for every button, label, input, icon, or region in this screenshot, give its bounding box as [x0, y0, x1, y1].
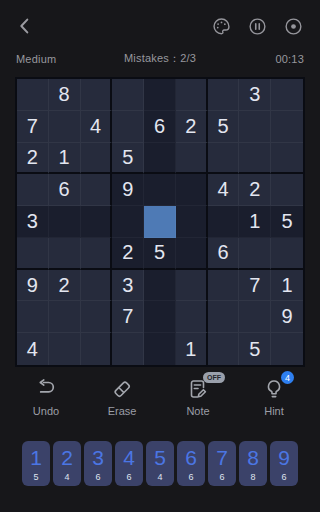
cell-r6c9[interactable] — [271, 238, 303, 270]
cell-r5c5[interactable] — [144, 206, 176, 238]
cell-r5c2[interactable] — [49, 206, 81, 238]
lightbulb-icon: 4 — [262, 377, 286, 401]
numpad-remaining-count: 4 — [157, 472, 162, 482]
numpad-digit: 4 — [123, 446, 135, 470]
note-icon: OFF — [186, 377, 210, 401]
numpad-remaining-count: 6 — [95, 472, 100, 482]
cell-r2c7[interactable]: 5 — [208, 111, 240, 143]
numpad-digit: 6 — [185, 446, 197, 470]
cell-r6c5[interactable]: 5 — [144, 238, 176, 270]
numpad-remaining-count: 6 — [188, 472, 193, 482]
numpad-remaining-count: 6 — [126, 472, 131, 482]
cell-r2c6[interactable]: 2 — [176, 111, 208, 143]
note-label: Note — [186, 405, 209, 417]
top-bar — [0, 0, 320, 41]
numpad-5[interactable]: 54 — [146, 441, 174, 486]
cell-r4c7[interactable]: 4 — [208, 174, 240, 206]
cell-r1c5[interactable] — [144, 79, 176, 111]
cell-r2c9[interactable] — [271, 111, 303, 143]
cell-r5c1[interactable]: 3 — [17, 206, 49, 238]
numpad-digit: 3 — [92, 446, 104, 470]
cell-r1c8[interactable]: 3 — [239, 79, 271, 111]
cell-r3c9[interactable] — [271, 143, 303, 175]
cell-r2c8[interactable] — [239, 111, 271, 143]
palette-icon[interactable] — [211, 16, 232, 37]
numpad-digit: 8 — [247, 446, 259, 470]
cell-r2c3[interactable]: 4 — [81, 111, 113, 143]
cell-r8c7[interactable] — [208, 301, 240, 333]
numpad-6[interactable]: 66 — [177, 441, 205, 486]
numpad-remaining-count: 5 — [33, 472, 38, 482]
sudoku-app-screen: Medium Mistakes：2/3 00:13 83746252156942… — [0, 0, 320, 512]
back-icon[interactable] — [14, 15, 36, 37]
cell-r9c6[interactable]: 1 — [176, 333, 208, 365]
number-pad: 152436465466768896 — [0, 441, 320, 486]
cell-r6c3[interactable] — [81, 238, 113, 270]
numpad-digit: 9 — [278, 446, 290, 470]
numpad-3[interactable]: 36 — [84, 441, 112, 486]
board: 837462521569423152569237179415 — [15, 77, 305, 367]
cell-r7c9[interactable]: 1 — [271, 270, 303, 302]
cell-r5c3[interactable] — [81, 206, 113, 238]
numpad-2[interactable]: 24 — [53, 441, 81, 486]
numpad-digit: 7 — [216, 446, 228, 470]
cell-r5c7[interactable] — [208, 206, 240, 238]
cell-r9c4[interactable] — [112, 333, 144, 365]
cell-r8c5[interactable] — [144, 301, 176, 333]
cell-r3c4[interactable]: 5 — [112, 143, 144, 175]
cell-r3c5[interactable] — [144, 143, 176, 175]
cell-r1c9[interactable] — [271, 79, 303, 111]
cell-r7c7[interactable] — [208, 270, 240, 302]
cell-r3c7[interactable] — [208, 143, 240, 175]
numpad-4[interactable]: 46 — [115, 441, 143, 486]
cell-r4c4[interactable]: 9 — [112, 174, 144, 206]
cell-r1c6[interactable] — [176, 79, 208, 111]
cell-r2c4[interactable] — [112, 111, 144, 143]
undo-label: Undo — [33, 405, 59, 417]
cell-r6c8[interactable] — [239, 238, 271, 270]
cell-r1c1[interactable] — [17, 79, 49, 111]
numpad-8[interactable]: 88 — [239, 441, 267, 486]
cell-r8c4[interactable]: 7 — [112, 301, 144, 333]
toolbar: Undo Erase OFF — [0, 377, 320, 417]
cell-r9c3[interactable] — [81, 333, 113, 365]
undo-button[interactable]: Undo — [8, 377, 84, 417]
pause-icon[interactable] — [247, 16, 268, 37]
cell-r7c2[interactable]: 2 — [49, 270, 81, 302]
cell-r1c2[interactable]: 8 — [49, 79, 81, 111]
note-off-badge: OFF — [203, 372, 225, 383]
erase-button[interactable]: Erase — [84, 377, 160, 417]
cell-r8c6[interactable] — [176, 301, 208, 333]
timer-label: 00:13 — [222, 53, 304, 65]
cell-r3c2[interactable]: 1 — [49, 143, 81, 175]
numpad-digit: 1 — [30, 446, 42, 470]
cell-r9c9[interactable] — [271, 333, 303, 365]
cell-r2c5[interactable]: 6 — [144, 111, 176, 143]
numpad-remaining-count: 4 — [64, 472, 69, 482]
cell-r4c2[interactable]: 6 — [49, 174, 81, 206]
cell-r4c6[interactable] — [176, 174, 208, 206]
cell-r3c3[interactable] — [81, 143, 113, 175]
numpad-remaining-count: 6 — [219, 472, 224, 482]
top-bar-actions — [211, 16, 304, 37]
erase-label: Erase — [108, 405, 137, 417]
hint-button[interactable]: 4 Hint — [236, 377, 312, 417]
numpad-remaining-count: 6 — [281, 472, 286, 482]
numpad-digit: 2 — [61, 446, 73, 470]
status-row: Medium Mistakes：2/3 00:13 — [0, 51, 320, 66]
circle-dot-icon[interactable] — [283, 16, 304, 37]
cell-r6c4[interactable]: 2 — [112, 238, 144, 270]
mistakes-label: Mistakes：2/3 — [98, 51, 221, 66]
numpad-remaining-count: 8 — [250, 472, 255, 482]
cell-r4c3[interactable] — [81, 174, 113, 206]
cell-r6c1[interactable] — [17, 238, 49, 270]
cell-r6c6[interactable] — [176, 238, 208, 270]
cell-r5c8[interactable]: 1 — [239, 206, 271, 238]
cell-r3c1[interactable]: 2 — [17, 143, 49, 175]
cell-r7c3[interactable] — [81, 270, 113, 302]
cell-r7c5[interactable] — [144, 270, 176, 302]
cell-r5c6[interactable] — [176, 206, 208, 238]
cell-r9c8[interactable]: 5 — [239, 333, 271, 365]
cell-r8c1[interactable] — [17, 301, 49, 333]
cell-r3c8[interactable] — [239, 143, 271, 175]
cell-r9c5[interactable] — [144, 333, 176, 365]
difficulty-label: Medium — [16, 53, 98, 65]
cell-r4c9[interactable] — [271, 174, 303, 206]
cell-r7c6[interactable] — [176, 270, 208, 302]
cell-r8c9[interactable]: 9 — [271, 301, 303, 333]
cell-r9c2[interactable] — [49, 333, 81, 365]
numpad-9[interactable]: 96 — [270, 441, 298, 486]
hint-count-badge: 4 — [281, 371, 294, 384]
cell-r9c7[interactable] — [208, 333, 240, 365]
cell-r8c8[interactable] — [239, 301, 271, 333]
cell-r1c7[interactable] — [208, 79, 240, 111]
cell-r1c4[interactable] — [112, 79, 144, 111]
note-button[interactable]: OFF Note — [160, 377, 236, 417]
numpad-1[interactable]: 15 — [22, 441, 50, 486]
cell-r4c5[interactable] — [144, 174, 176, 206]
numpad-7[interactable]: 76 — [208, 441, 236, 486]
eraser-icon — [110, 377, 134, 401]
cell-r3c6[interactable] — [176, 143, 208, 175]
cell-r8c3[interactable] — [81, 301, 113, 333]
cell-r6c7[interactable]: 6 — [208, 238, 240, 270]
cell-r4c1[interactable] — [17, 174, 49, 206]
undo-icon — [34, 377, 58, 401]
board-wrap: 837462521569423152569237179415 — [0, 77, 320, 367]
cell-r4c8[interactable]: 2 — [239, 174, 271, 206]
cell-r7c8[interactable]: 7 — [239, 270, 271, 302]
cell-r7c4[interactable]: 3 — [112, 270, 144, 302]
cell-r6c2[interactable] — [49, 238, 81, 270]
cell-r7c1[interactable]: 9 — [17, 270, 49, 302]
cell-r8c2[interactable] — [49, 301, 81, 333]
cell-r2c1[interactable]: 7 — [17, 111, 49, 143]
hint-label: Hint — [264, 405, 284, 417]
cell-r5c9[interactable]: 5 — [271, 206, 303, 238]
cell-r5c4[interactable] — [112, 206, 144, 238]
cell-r2c2[interactable] — [49, 111, 81, 143]
cell-r1c3[interactable] — [81, 79, 113, 111]
cell-r9c1[interactable]: 4 — [17, 333, 49, 365]
numpad-digit: 5 — [154, 446, 166, 470]
